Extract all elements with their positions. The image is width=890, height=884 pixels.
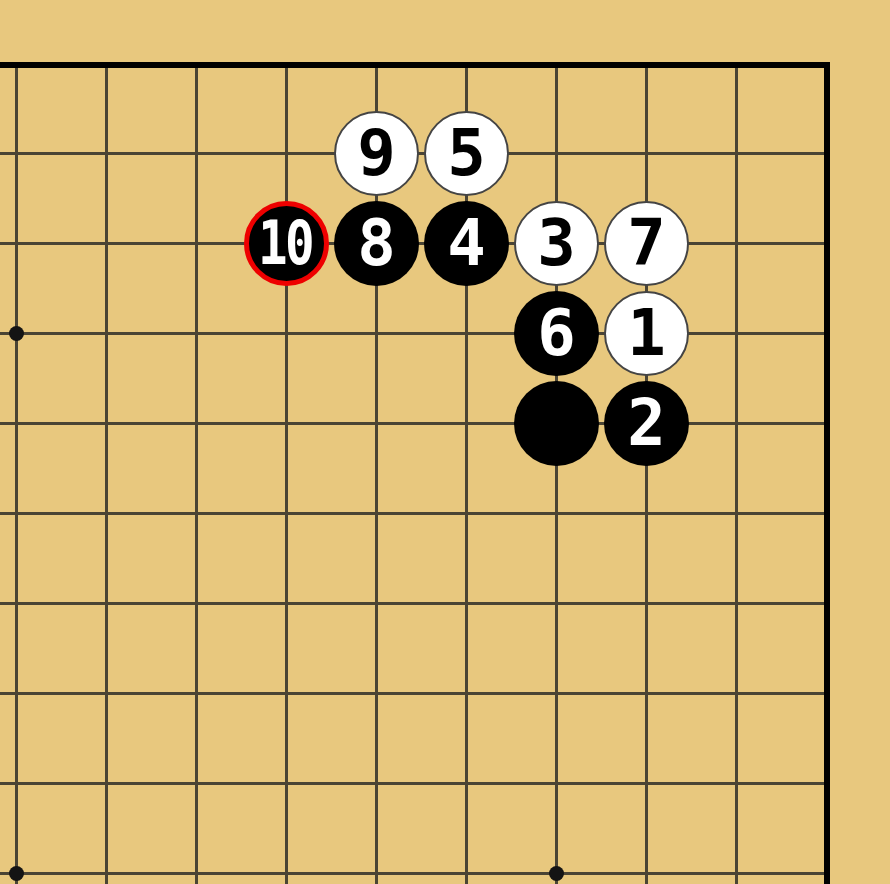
move-number: 4 <box>447 211 486 275</box>
star-point <box>549 866 564 881</box>
grid-line-horizontal <box>0 422 830 425</box>
grid-line-horizontal <box>0 872 830 875</box>
grid-line-horizontal <box>0 602 830 605</box>
stone-white-q17[interactable]: 3 <box>514 201 599 286</box>
grid-line-horizontal <box>0 782 830 785</box>
stone-white-r17[interactable]: 7 <box>604 201 689 286</box>
move-number: 1 <box>627 301 666 365</box>
move-number: 6 <box>537 301 576 365</box>
grid-line-vertical <box>195 64 198 884</box>
grid-line-horizontal <box>0 692 830 695</box>
board-right-edge <box>824 62 830 884</box>
stone-white-p18[interactable]: 5 <box>424 111 509 196</box>
board-top-edge <box>0 62 830 68</box>
move-number: 8 <box>357 211 396 275</box>
grid-line-horizontal <box>0 332 830 335</box>
move-number: 10 <box>258 213 312 273</box>
grid-line-vertical <box>15 64 18 884</box>
stone-black-r15[interactable]: 2 <box>604 381 689 466</box>
stone-black-p17[interactable]: 4 <box>424 201 509 286</box>
grid-line-horizontal <box>0 512 830 515</box>
move-number: 2 <box>627 391 666 455</box>
move-number: 7 <box>627 211 666 275</box>
move-number: 9 <box>357 121 396 185</box>
stone-black-q15[interactable] <box>514 381 599 466</box>
stone-black-n17[interactable]: 10 <box>244 201 329 286</box>
star-point <box>9 866 24 881</box>
go-board: 12345678910 <box>0 0 890 884</box>
grid-line-vertical <box>105 64 108 884</box>
stone-white-o18[interactable]: 9 <box>334 111 419 196</box>
move-number: 3 <box>537 211 576 275</box>
stone-black-q16[interactable]: 6 <box>514 291 599 376</box>
grid-line-vertical <box>555 64 558 884</box>
star-point <box>9 326 24 341</box>
stone-black-o17[interactable]: 8 <box>334 201 419 286</box>
grid-line-vertical <box>735 64 738 884</box>
move-number: 5 <box>447 121 486 185</box>
stone-white-r16[interactable]: 1 <box>604 291 689 376</box>
grid-line-vertical <box>645 64 648 884</box>
grid-line-vertical <box>285 64 288 884</box>
